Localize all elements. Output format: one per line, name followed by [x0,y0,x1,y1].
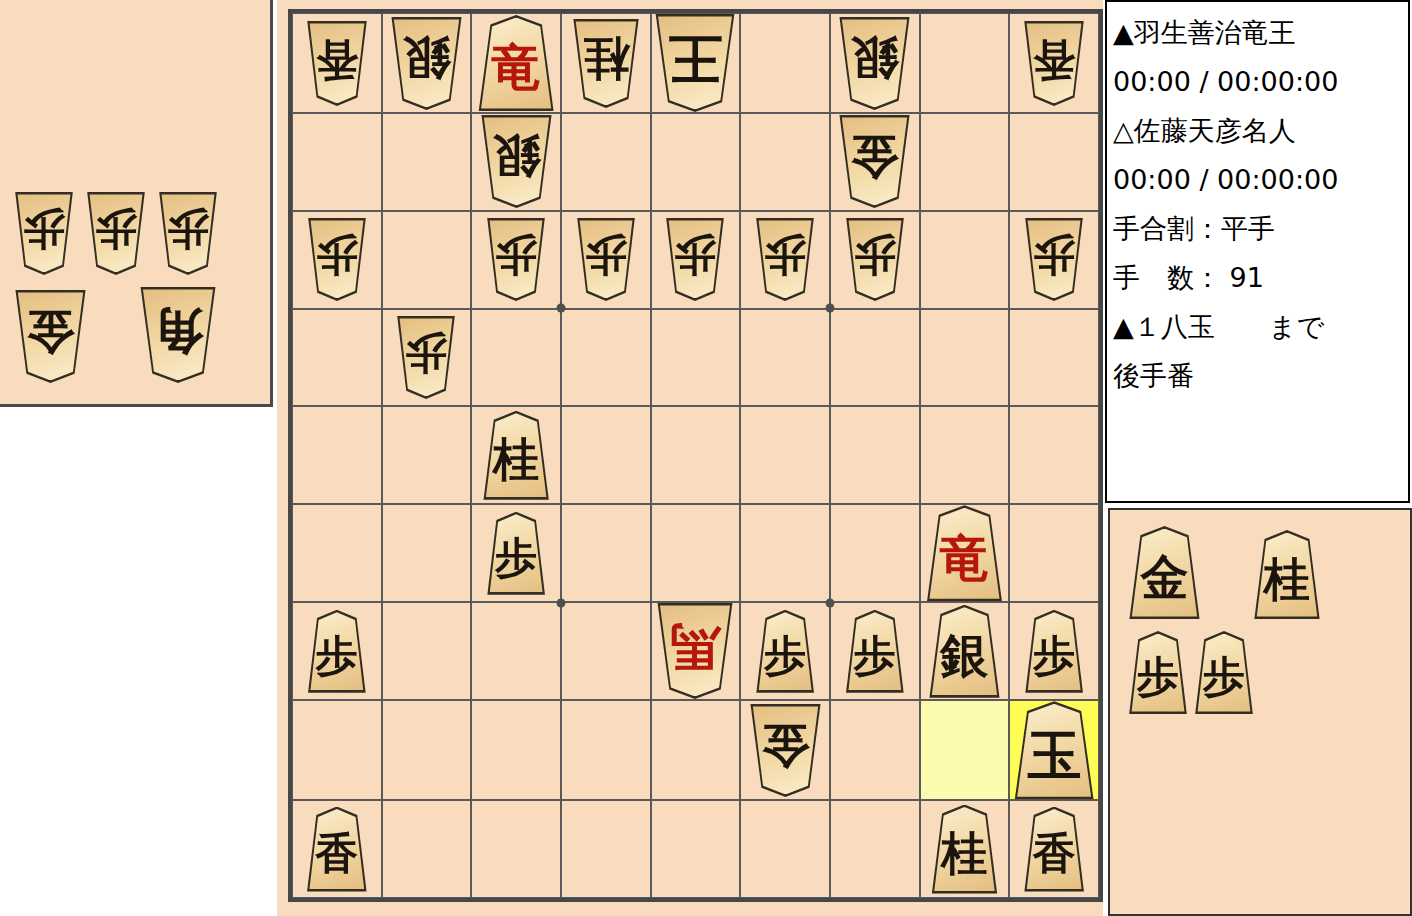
gote-piece-歩[interactable]: 歩 [845,218,905,301]
gote-piece-歩[interactable]: 歩 [307,218,367,301]
sente-piece-歩[interactable]: 歩 [1128,631,1188,714]
piece-kanji: 歩 [1027,628,1082,684]
piece-kanji: 金 [751,713,819,777]
square-8c[interactable] [382,211,472,309]
square-5g[interactable]: 馬 [651,602,741,700]
piece-face: 歩 [489,514,544,592]
star-point [825,303,834,312]
sente-player-name: ▲羽生善治竜王 [1113,8,1404,57]
gote-piece-金[interactable]: 金 [14,290,87,383]
piece-face: 銀 [930,607,998,695]
sente-piece-竜[interactable]: 竜 [925,505,1003,601]
square-8f[interactable] [382,504,472,602]
piece-face: 桂 [485,413,548,497]
piece-kanji: 香 [308,825,365,883]
piece-face: 王 [657,17,734,110]
piece-face: 玉 [1016,704,1093,797]
piece-face: 歩 [1027,221,1082,299]
gote-piece-桂[interactable]: 桂 [572,19,640,108]
sente-piece-歩[interactable]: 歩 [1024,610,1084,693]
piece-kanji: 銀 [930,624,998,688]
piece-face: 竜 [928,508,1001,599]
gote-piece-馬[interactable]: 馬 [656,603,734,699]
piece-face: 歩 [309,612,364,690]
piece-face: 香 [1026,23,1083,103]
square-4i[interactable] [740,800,830,898]
piece-face: 歩 [309,221,364,299]
piece-kanji: 王 [657,21,734,94]
square-5f[interactable] [651,504,741,602]
square-7d[interactable] [471,309,561,407]
piece-kanji: 玉 [1016,719,1093,792]
square-6i[interactable] [561,800,651,898]
piece-face: 歩 [758,221,813,299]
piece-kanji: 歩 [309,227,364,283]
gote-piece-銀[interactable]: 銀 [390,17,463,110]
piece-kanji: 香 [308,29,365,87]
square-8b[interactable] [382,113,472,211]
gote-piece-歩[interactable]: 歩 [158,192,218,275]
piece-kanji: 金 [1131,546,1199,610]
piece-kanji: 歩 [578,227,633,283]
piece-face: 歩 [1027,612,1082,690]
sente-hand-row: 金桂 [1110,526,1410,619]
piece-kanji: 銀 [841,26,909,90]
square-3b[interactable]: 金 [830,113,920,211]
board-grid: 香銀竜桂王銀香銀金歩歩歩歩歩歩歩歩桂歩竜歩馬歩歩銀歩金玉香桂香 [288,9,1103,902]
square-2i[interactable]: 桂 [920,800,1010,898]
piece-face: 桂 [1256,533,1319,617]
piece-face: 歩 [847,221,902,299]
square-9e[interactable] [292,406,382,504]
square-2b[interactable] [920,113,1010,211]
square-3c[interactable]: 歩 [830,211,920,309]
square-9h[interactable] [292,700,382,800]
sente-piece-竜[interactable]: 竜 [477,15,555,111]
square-5h[interactable] [651,700,741,800]
square-8i[interactable] [382,800,472,898]
gote-piece-銀[interactable]: 銀 [480,115,553,208]
piece-kanji: 金 [841,125,909,189]
gote-piece-角[interactable]: 角 [139,287,217,383]
piece-kanji: 竜 [928,525,1001,592]
sente-piece-金[interactable]: 金 [1128,526,1201,619]
piece-kanji: 歩 [668,227,723,283]
square-3i[interactable] [830,800,920,898]
square-6d[interactable] [561,309,651,407]
square-7g[interactable] [471,602,561,700]
piece-kanji: 歩 [489,227,544,283]
piece-kanji: 歩 [1027,227,1082,283]
square-4d[interactable] [740,309,830,407]
sente-hand-tray[interactable]: 金桂歩歩 [1108,508,1412,916]
piece-kanji: 香 [1026,29,1083,87]
piece-face: 歩 [1131,634,1186,712]
square-5c[interactable]: 歩 [651,211,741,309]
info-panel: ▲羽生善治竜王 00:00 / 00:00:00 △佐藤天彦名人 00:00 /… [1105,0,1410,503]
piece-face: 香 [1026,809,1083,889]
gote-clock: 00:00 / 00:00:00 [1113,155,1404,204]
board-panel: 香銀竜桂王銀香銀金歩歩歩歩歩歩歩歩桂歩竜歩馬歩歩銀歩金玉香桂香 [277,0,1103,916]
piece-face: 金 [1131,529,1199,617]
gote-piece-歩[interactable]: 歩 [486,218,546,301]
piece-face: 馬 [659,606,732,697]
sente-piece-歩[interactable]: 歩 [486,512,546,595]
gote-hand-row: 歩歩歩 [0,192,270,275]
piece-face: 歩 [847,612,902,690]
piece-kanji: 歩 [489,530,544,586]
square-1h[interactable]: 玉 [1009,700,1099,800]
gote-piece-香[interactable]: 香 [1023,21,1085,106]
piece-kanji: 桂 [1256,549,1319,611]
gote-piece-王[interactable]: 王 [654,14,736,112]
square-7h[interactable] [471,700,561,800]
piece-face: 香 [308,23,365,103]
sente-piece-歩[interactable]: 歩 [755,610,815,693]
square-6e[interactable] [561,406,651,504]
piece-kanji: 歩 [17,201,72,257]
square-4f[interactable] [740,504,830,602]
square-3a[interactable]: 銀 [830,13,920,113]
piece-kanji: 歩 [89,201,144,257]
square-8h[interactable] [382,700,472,800]
square-4a[interactable] [740,13,830,113]
sente-piece-桂[interactable]: 桂 [930,805,998,894]
gote-hand-row: 金角 [0,287,270,383]
square-6g[interactable] [561,602,651,700]
square-5a[interactable]: 王 [651,13,741,113]
square-2f[interactable]: 竜 [920,504,1010,602]
square-4e[interactable] [740,406,830,504]
piece-kanji: 歩 [847,227,902,283]
piece-face: 銀 [392,19,460,107]
gote-hand-tray[interactable]: 歩歩歩金角 [0,0,273,407]
sente-piece-香[interactable]: 香 [1023,807,1085,892]
piece-face: 竜 [480,18,553,109]
gote-player-name: △佐藤天彦名人 [1113,106,1404,155]
piece-kanji: 歩 [758,227,813,283]
piece-kanji: 竜 [480,35,553,102]
gote-piece-歩[interactable]: 歩 [86,192,146,275]
gote-piece-金[interactable]: 金 [838,115,911,208]
shogi-app-window: { "game": "shogi", "position": { "sfen":… [0,0,1412,916]
handicap-label: 手合割：平手 [1113,204,1404,253]
piece-face: 歩 [17,195,72,273]
square-6b[interactable] [561,113,651,211]
gote-piece-歩[interactable]: 歩 [396,316,456,399]
piece-kanji: 桂 [485,429,548,491]
piece-face: 金 [841,118,909,206]
piece-face: 角 [142,290,215,381]
square-7e[interactable]: 桂 [471,406,561,504]
piece-kanji: 銀 [392,26,460,90]
square-1a[interactable]: 香 [1009,13,1099,113]
square-6a[interactable]: 桂 [561,13,651,113]
square-5b[interactable] [651,113,741,211]
square-4b[interactable] [740,113,830,211]
piece-face: 桂 [933,807,996,891]
star-point [556,598,565,607]
square-1b[interactable] [1009,113,1099,211]
square-6f[interactable] [561,504,651,602]
last-move-label: ▲１八玉 まで [1113,302,1404,351]
square-7f[interactable]: 歩 [471,504,561,602]
sente-piece-歩[interactable]: 歩 [1194,631,1254,714]
square-2c[interactable] [920,211,1010,309]
side-to-move-label: 後手番 [1113,351,1404,400]
gote-piece-歩[interactable]: 歩 [755,218,815,301]
square-6h[interactable] [561,700,651,800]
square-9c[interactable]: 歩 [292,211,382,309]
square-7i[interactable] [471,800,561,898]
square-9i[interactable]: 香 [292,800,382,898]
piece-kanji: 香 [1026,825,1083,883]
square-7a[interactable]: 竜 [471,13,561,113]
square-9a[interactable]: 香 [292,13,382,113]
square-8g[interactable] [382,602,472,700]
square-4g[interactable]: 歩 [740,602,830,700]
piece-kanji: 歩 [309,628,364,684]
piece-face: 歩 [578,221,633,299]
piece-kanji: 桂 [933,823,996,885]
sente-piece-桂[interactable]: 桂 [482,411,550,500]
square-9d[interactable] [292,309,382,407]
square-1d[interactable] [1009,309,1099,407]
square-3g[interactable]: 歩 [830,602,920,700]
square-9g[interactable]: 歩 [292,602,382,700]
sente-piece-玉[interactable]: 玉 [1013,701,1095,799]
piece-kanji: 歩 [1197,649,1252,705]
square-2d[interactable] [920,309,1010,407]
square-2e[interactable] [920,406,1010,504]
piece-face: 歩 [399,318,454,396]
sente-hand-row: 歩歩 [1110,631,1410,714]
square-4c[interactable]: 歩 [740,211,830,309]
square-1f[interactable] [1009,504,1099,602]
piece-kanji: 角 [142,296,215,363]
gote-piece-歩[interactable]: 歩 [576,218,636,301]
square-8a[interactable]: 銀 [382,13,472,113]
piece-kanji: 金 [17,299,85,363]
square-3e[interactable] [830,406,920,504]
square-5i[interactable] [651,800,741,898]
square-7c[interactable]: 歩 [471,211,561,309]
square-7b[interactable]: 銀 [471,113,561,211]
piece-kanji: 馬 [659,612,732,679]
piece-face: 金 [751,706,819,794]
piece-kanji: 桂 [574,27,637,89]
sente-piece-銀[interactable]: 銀 [928,605,1001,698]
square-8e[interactable] [382,406,472,504]
square-1c[interactable]: 歩 [1009,211,1099,309]
piece-kanji: 歩 [758,628,813,684]
piece-face: 歩 [758,612,813,690]
square-9b[interactable] [292,113,382,211]
piece-face: 歩 [161,195,216,273]
sente-piece-桂[interactable]: 桂 [1253,530,1321,619]
move-count-label: 手 数： 91 [1113,253,1404,302]
piece-face: 金 [17,293,85,381]
piece-face: 歩 [89,195,144,273]
sente-clock: 00:00 / 00:00:00 [1113,57,1404,106]
sente-piece-歩[interactable]: 歩 [845,610,905,693]
gote-piece-歩[interactable]: 歩 [14,192,74,275]
star-point [556,303,565,312]
square-8d[interactable]: 歩 [382,309,472,407]
square-5d[interactable] [651,309,741,407]
gote-piece-歩[interactable]: 歩 [665,218,725,301]
square-9f[interactable] [292,504,382,602]
piece-kanji: 歩 [847,628,902,684]
square-3d[interactable] [830,309,920,407]
square-6c[interactable]: 歩 [561,211,651,309]
piece-face: 銀 [841,19,909,107]
square-3f[interactable] [830,504,920,602]
piece-kanji: 歩 [161,201,216,257]
square-1i[interactable]: 香 [1009,800,1099,898]
star-point [825,598,834,607]
piece-face: 銀 [482,118,550,206]
square-4h[interactable]: 金 [740,700,830,800]
gote-piece-銀[interactable]: 銀 [838,17,911,110]
square-1e[interactable] [1009,406,1099,504]
gote-piece-金[interactable]: 金 [749,704,822,797]
piece-face: 歩 [1197,634,1252,712]
gote-piece-香[interactable]: 香 [306,21,368,106]
square-3h[interactable] [830,700,920,800]
piece-kanji: 歩 [1131,649,1186,705]
square-2a[interactable] [920,13,1010,113]
piece-face: 歩 [489,221,544,299]
square-1g[interactable]: 歩 [1009,602,1099,700]
piece-kanji: 銀 [482,125,550,189]
piece-face: 桂 [574,21,637,105]
gote-piece-歩[interactable]: 歩 [1024,218,1084,301]
piece-face: 香 [308,809,365,889]
square-2g[interactable]: 銀 [920,602,1010,700]
sente-piece-香[interactable]: 香 [306,807,368,892]
square-2h[interactable] [920,700,1010,800]
sente-piece-歩[interactable]: 歩 [307,610,367,693]
piece-face: 歩 [668,221,723,299]
piece-kanji: 歩 [399,325,454,381]
square-5e[interactable] [651,406,741,504]
